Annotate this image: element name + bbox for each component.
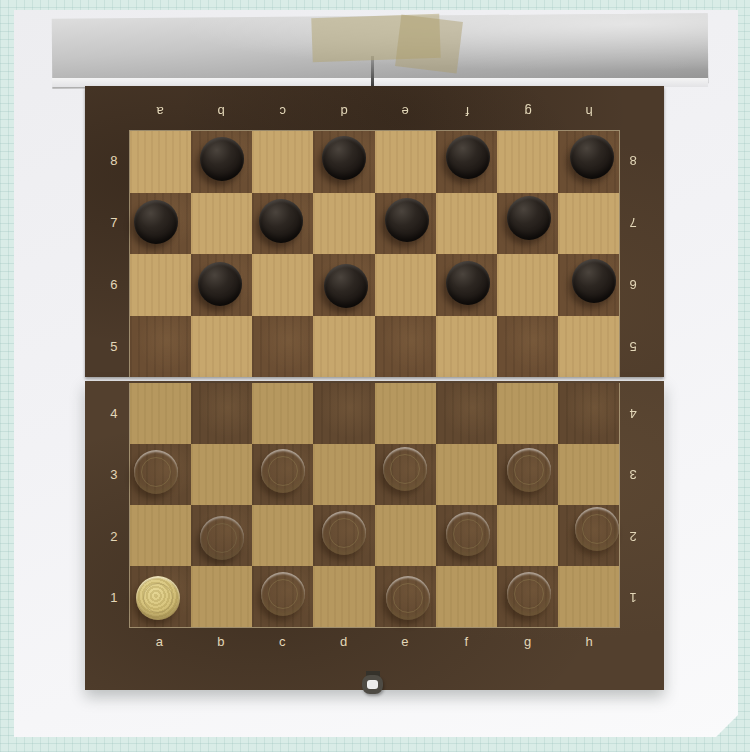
square-f8[interactable] — [436, 131, 497, 193]
square-f4[interactable] — [436, 383, 497, 444]
square-c6[interactable] — [252, 254, 313, 316]
rank-bottom-label-4: 4 — [611, 383, 655, 444]
file-text: d — [340, 104, 348, 119]
rank-bottom-label-1: 1 — [611, 567, 655, 628]
dark-checker-b6[interactable] — [198, 262, 242, 306]
square-f7[interactable] — [436, 193, 497, 255]
rank-top-text: 8 — [110, 153, 118, 168]
file-label-h: h — [559, 628, 620, 654]
square-d3[interactable] — [313, 444, 374, 505]
file-text: f — [465, 104, 469, 119]
board-top-half: abcdefgh 8765 8765 — [85, 86, 664, 377]
dark-checker-d6[interactable] — [324, 264, 368, 308]
square-g3[interactable] — [497, 444, 558, 505]
square-e2[interactable] — [375, 505, 436, 566]
rank-bottom-label-4: 4 — [92, 383, 136, 444]
square-a6[interactable] — [130, 254, 191, 316]
square-h5[interactable] — [558, 316, 619, 378]
file-label-e: e — [375, 94, 436, 128]
light-checker-c1[interactable] — [261, 572, 305, 616]
square-g8[interactable] — [497, 131, 558, 193]
file-label-f: f — [436, 628, 497, 654]
rank-bottom-text: 4 — [110, 406, 118, 421]
square-f2[interactable] — [436, 505, 497, 566]
file-text: g — [524, 104, 532, 119]
file-label-g: g — [497, 94, 558, 128]
square-b7[interactable] — [191, 193, 252, 255]
light-checker-g3[interactable] — [507, 448, 551, 492]
board-bottom-half: abcdefgh 4321 4321 — [85, 381, 664, 690]
dark-checker-c7[interactable] — [259, 199, 303, 243]
rank-bottom-text: 1 — [110, 590, 118, 605]
square-h3[interactable] — [558, 444, 619, 505]
square-g7[interactable] — [497, 193, 558, 255]
square-g2[interactable] — [497, 505, 558, 566]
rank-labels-bottom-left: 4321 — [85, 383, 129, 628]
file-label-a: a — [129, 628, 190, 654]
square-b4[interactable] — [191, 383, 252, 444]
dark-checker-d8[interactable] — [322, 136, 366, 180]
rank-labels-bottom-right: 4321 — [620, 383, 664, 628]
file-label-f: f — [436, 94, 497, 128]
light-checker-b2[interactable] — [200, 516, 244, 560]
file-text: c — [279, 104, 286, 119]
metal-clasp[interactable] — [359, 671, 387, 696]
file-label-b: b — [190, 628, 251, 654]
square-c5[interactable] — [252, 316, 313, 378]
file-text: e — [401, 634, 409, 649]
square-c4[interactable] — [252, 383, 313, 444]
rank-bottom-label-2: 2 — [611, 506, 655, 567]
file-labels-bottom: abcdefgh — [129, 628, 620, 654]
square-a1[interactable] — [130, 566, 191, 627]
rank-top-text: 6 — [110, 277, 118, 292]
playing-area-bottom — [129, 383, 620, 628]
rank-top-text: 7 — [629, 215, 637, 230]
square-c3[interactable] — [252, 444, 313, 505]
square-a5[interactable] — [130, 316, 191, 378]
square-e5[interactable] — [375, 316, 436, 378]
light-checker-e3[interactable] — [383, 447, 427, 491]
dark-checker-h8[interactable] — [570, 135, 614, 179]
rank-bottom-label-2: 2 — [92, 506, 136, 567]
rank-bottom-text: 2 — [629, 529, 637, 544]
dark-checker-g7[interactable] — [507, 196, 551, 240]
rank-bottom-text: 3 — [110, 467, 118, 482]
light-checker-e1[interactable] — [386, 576, 430, 620]
playing-area-top — [129, 130, 620, 377]
rank-bottom-text: 1 — [629, 590, 637, 605]
square-h4[interactable] — [558, 383, 619, 444]
photo-scene: abcdefgh 8765 8765 abcdefgh 4321 4321 — [0, 0, 750, 752]
square-g5[interactable] — [497, 316, 558, 378]
file-label-a: a — [129, 94, 190, 128]
square-f6[interactable] — [436, 254, 497, 316]
tape-strip-overlap — [395, 14, 463, 73]
clasp-ring — [362, 675, 383, 694]
square-b2[interactable] — [191, 505, 252, 566]
square-g4[interactable] — [497, 383, 558, 444]
rank-labels-top-right: 8765 — [620, 130, 664, 377]
dark-checker-b8[interactable] — [200, 137, 244, 181]
light-checker-f2[interactable] — [446, 512, 490, 556]
square-h8[interactable] — [558, 131, 619, 193]
file-label-c: c — [252, 94, 313, 128]
file-text: g — [524, 634, 532, 649]
rank-labels-top-left: 8765 — [85, 130, 129, 377]
file-text: f — [465, 634, 469, 649]
light-checker-a3[interactable] — [134, 450, 178, 494]
square-b3[interactable] — [191, 444, 252, 505]
square-f3[interactable] — [436, 444, 497, 505]
square-d7[interactable] — [313, 193, 374, 255]
square-c7[interactable] — [252, 193, 313, 255]
square-c1[interactable] — [252, 566, 313, 627]
square-b5[interactable] — [191, 316, 252, 378]
rank-top-text: 6 — [629, 277, 637, 292]
rank-bottom-text: 4 — [629, 406, 637, 421]
dark-checker-e7[interactable] — [385, 198, 429, 242]
square-e4[interactable] — [375, 383, 436, 444]
rank-bottom-label-3: 3 — [611, 444, 655, 505]
square-e8[interactable] — [375, 131, 436, 193]
file-label-b: b — [190, 94, 251, 128]
rank-top-text: 5 — [629, 339, 637, 354]
square-h1[interactable] — [558, 566, 619, 627]
file-text: a — [156, 634, 164, 649]
dark-checker-a7[interactable] — [134, 200, 178, 244]
square-a7[interactable] — [130, 193, 191, 255]
file-text: h — [585, 634, 593, 649]
panel-seam — [371, 56, 374, 87]
file-text: d — [340, 634, 348, 649]
file-label-g: g — [497, 628, 558, 654]
rank-top-text: 8 — [629, 153, 637, 168]
square-b8[interactable] — [191, 131, 252, 193]
square-a8[interactable] — [130, 131, 191, 193]
dark-checker-f6[interactable] — [446, 261, 490, 305]
dark-checker-h6[interactable] — [572, 259, 616, 303]
square-e3[interactable] — [375, 444, 436, 505]
file-label-d: d — [313, 628, 374, 654]
file-label-e: e — [375, 628, 436, 654]
square-d6[interactable] — [313, 254, 374, 316]
square-h2[interactable] — [558, 505, 619, 566]
square-h6[interactable] — [558, 254, 619, 316]
light-checker-g1[interactable] — [507, 572, 551, 616]
square-f1[interactable] — [436, 566, 497, 627]
rank-bottom-label-1: 1 — [92, 567, 136, 628]
square-e6[interactable] — [375, 254, 436, 316]
file-text: h — [585, 104, 593, 119]
square-g6[interactable] — [497, 254, 558, 316]
light-checker-a1[interactable] — [136, 576, 180, 620]
square-h7[interactable] — [558, 193, 619, 255]
square-c8[interactable] — [252, 131, 313, 193]
rank-bottom-text: 3 — [629, 467, 637, 482]
light-checker-d2[interactable] — [322, 511, 366, 555]
square-a3[interactable] — [130, 444, 191, 505]
file-text: e — [401, 104, 409, 119]
square-a4[interactable] — [130, 383, 191, 444]
square-d5[interactable] — [313, 316, 374, 378]
square-d1[interactable] — [313, 566, 374, 627]
square-b6[interactable] — [191, 254, 252, 316]
rank-top-text: 7 — [110, 215, 118, 230]
square-d4[interactable] — [313, 383, 374, 444]
file-label-d: d — [313, 94, 374, 128]
square-a2[interactable] — [130, 505, 191, 566]
file-text: c — [279, 634, 286, 649]
square-c2[interactable] — [252, 505, 313, 566]
light-checker-c3[interactable] — [261, 449, 305, 493]
square-e7[interactable] — [375, 193, 436, 255]
file-label-h: h — [559, 94, 620, 128]
square-f5[interactable] — [436, 316, 497, 378]
file-text: b — [217, 104, 225, 119]
square-d8[interactable] — [313, 131, 374, 193]
square-g1[interactable] — [497, 566, 558, 627]
rank-top-text: 5 — [110, 339, 118, 354]
file-text: b — [217, 634, 225, 649]
file-label-c: c — [252, 628, 313, 654]
rank-bottom-text: 2 — [110, 529, 118, 544]
file-labels-top: abcdefgh — [129, 94, 620, 128]
file-text: a — [156, 104, 164, 119]
square-d2[interactable] — [313, 505, 374, 566]
dark-checker-f8[interactable] — [446, 135, 490, 179]
square-b1[interactable] — [191, 566, 252, 627]
square-e1[interactable] — [375, 566, 436, 627]
rank-bottom-label-3: 3 — [92, 444, 136, 505]
